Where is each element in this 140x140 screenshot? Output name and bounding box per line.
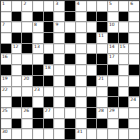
black-cell-r10c7 <box>65 97 75 107</box>
white-cell-r9c9[interactable] <box>87 87 97 97</box>
white-cell-r6c3[interactable] <box>22 54 32 64</box>
black-cell-r4c12 <box>119 33 129 43</box>
white-cell-r3c7[interactable] <box>65 22 75 32</box>
white-cell-r13c11[interactable] <box>108 129 118 139</box>
clue-number: 22 <box>2 87 8 92</box>
black-cell-r12c10 <box>97 119 107 129</box>
clue-number: 28 <box>98 108 104 113</box>
clue-number: 30 <box>2 129 8 134</box>
white-cell-r12c13[interactable] <box>129 119 139 129</box>
white-cell-r1c8[interactable]: 4 <box>76 1 86 11</box>
clue-number: 23 <box>34 87 40 92</box>
white-cell-r12c11[interactable] <box>108 119 118 129</box>
black-cell-r2c10 <box>97 12 107 22</box>
white-cell-r7c8[interactable] <box>76 65 86 75</box>
clue-number: 13 <box>34 44 40 49</box>
white-cell-r9c10[interactable] <box>97 87 107 97</box>
clue-number: 31 <box>77 129 83 134</box>
white-cell-r13c4[interactable] <box>33 129 43 139</box>
black-cell-r12c5 <box>44 119 54 129</box>
white-cell-r2c8[interactable] <box>76 12 86 22</box>
clue-number: 27 <box>45 108 51 113</box>
white-cell-r5c4[interactable]: 13 <box>33 44 43 54</box>
white-cell-r1c6[interactable]: 3 <box>54 1 64 11</box>
white-cell-r3c2[interactable] <box>12 22 22 32</box>
white-cell-r13c5[interactable] <box>44 129 54 139</box>
black-cell-r10c9 <box>87 97 97 107</box>
white-cell-r11c13[interactable] <box>129 108 139 118</box>
white-cell-r9c2[interactable] <box>12 87 22 97</box>
black-cell-r4c2 <box>12 33 22 43</box>
black-cell-r7c11 <box>108 65 118 75</box>
white-cell-r8c10[interactable]: 21 <box>97 76 107 86</box>
white-cell-r13c6[interactable] <box>54 129 64 139</box>
white-cell-r5c10[interactable] <box>97 44 107 54</box>
black-cell-r2c7 <box>65 12 75 22</box>
clue-number: 18 <box>45 65 51 70</box>
white-cell-r3c4[interactable]: 8 <box>33 22 43 32</box>
white-cell-r6c11[interactable]: 17 <box>108 54 118 64</box>
black-cell-r7c1 <box>1 65 11 75</box>
white-cell-r6c6[interactable] <box>54 54 64 64</box>
white-cell-r5c9[interactable] <box>87 44 97 54</box>
white-cell-r11c3[interactable]: 26 <box>22 108 32 118</box>
white-cell-r6c13[interactable] <box>129 54 139 64</box>
clue-number: 5 <box>109 1 112 6</box>
black-cell-r7c4 <box>33 65 43 75</box>
black-cell-r3c10 <box>97 22 107 32</box>
white-cell-r6c2[interactable] <box>12 54 22 64</box>
black-cell-r12c12 <box>119 119 129 129</box>
white-cell-r1c3[interactable]: 2 <box>22 1 32 11</box>
white-cell-r10c8[interactable] <box>76 97 86 107</box>
clue-number: 16 <box>2 54 8 59</box>
black-cell-r4c5 <box>44 33 54 43</box>
black-cell-r2c4 <box>33 12 43 22</box>
white-cell-r3c13[interactable] <box>129 22 139 32</box>
black-cell-r12c7 <box>65 119 75 129</box>
black-cell-r7c13 <box>129 65 139 75</box>
white-cell-r11c7[interactable] <box>65 108 75 118</box>
white-cell-r7c12[interactable] <box>119 65 129 75</box>
white-cell-r8c6[interactable] <box>54 76 64 86</box>
white-cell-r11c6[interactable] <box>54 108 64 118</box>
white-cell-r11c10[interactable]: 28 <box>97 108 107 118</box>
white-cell-r4c1[interactable] <box>1 33 11 43</box>
black-cell-r10c11 <box>108 97 118 107</box>
black-cell-r4c3 <box>22 33 32 43</box>
black-cell-r10c3 <box>22 97 32 107</box>
clue-number: 24 <box>130 97 136 102</box>
white-cell-r9c4[interactable]: 23 <box>33 87 43 97</box>
white-cell-r8c2[interactable] <box>12 76 22 86</box>
white-cell-r1c1[interactable]: 1 <box>1 1 11 11</box>
white-cell-r5c5[interactable] <box>44 44 54 54</box>
white-cell-r9c3[interactable] <box>22 87 32 97</box>
white-cell-r1c10[interactable] <box>97 1 107 11</box>
black-cell-r2c12 <box>119 12 129 22</box>
clue-number: 8 <box>34 22 37 27</box>
black-cell-r11c9 <box>87 108 97 118</box>
white-cell-r10c13[interactable]: 24 <box>129 97 139 107</box>
black-cell-r10c12 <box>119 97 129 107</box>
white-cell-r3c3[interactable] <box>22 22 32 32</box>
clue-number: 12 <box>13 44 19 49</box>
white-cell-r13c9[interactable] <box>87 129 97 139</box>
clue-number: 11 <box>98 33 104 38</box>
white-cell-r9c5[interactable] <box>44 87 54 97</box>
black-cell-r8c5 <box>44 76 54 86</box>
black-cell-r11c4 <box>33 108 43 118</box>
black-cell-r8c7 <box>65 76 75 86</box>
white-cell-r8c1[interactable]: 19 <box>1 76 11 86</box>
white-cell-r8c12[interactable] <box>119 76 129 86</box>
clue-number: 20 <box>23 76 29 81</box>
white-cell-r3c11[interactable]: 10 <box>108 22 118 32</box>
clue-number: 10 <box>109 22 115 27</box>
black-cell-r3c5 <box>44 22 54 32</box>
white-cell-r5c11[interactable]: 14 <box>108 44 118 54</box>
clue-number: 15 <box>120 44 126 49</box>
white-cell-r10c10[interactable] <box>97 97 107 107</box>
white-cell-r13c8[interactable]: 31 <box>76 129 86 139</box>
white-cell-r12c8[interactable] <box>76 119 86 129</box>
clue-number: 14 <box>109 44 115 49</box>
black-cell-r8c4 <box>33 76 43 86</box>
clue-number: 9 <box>55 22 58 27</box>
white-cell-r1c9[interactable] <box>87 1 97 11</box>
white-cell-r4c8[interactable] <box>76 33 86 43</box>
white-cell-r3c6[interactable]: 9 <box>54 22 64 32</box>
clue-number: 7 <box>2 22 5 27</box>
clue-number: 21 <box>98 76 104 81</box>
white-cell-r5c6[interactable] <box>54 44 64 54</box>
black-cell-r13c7 <box>65 129 75 139</box>
white-cell-r6c12[interactable] <box>119 54 129 64</box>
white-cell-r9c8[interactable] <box>76 87 86 97</box>
black-cell-r10c5 <box>44 97 54 107</box>
white-cell-r7c9[interactable] <box>87 65 97 75</box>
clue-number: 6 <box>130 1 133 6</box>
white-cell-r2c11[interactable] <box>108 12 118 22</box>
white-cell-r11c2[interactable] <box>12 108 22 118</box>
white-cell-r12c6[interactable] <box>54 119 64 129</box>
white-cell-r9c12[interactable] <box>119 87 129 97</box>
clue-number: 29 <box>109 108 115 113</box>
white-cell-r4c13[interactable] <box>129 33 139 43</box>
white-cell-r8c11[interactable] <box>108 76 118 86</box>
black-cell-r4c7 <box>65 33 75 43</box>
white-cell-r4c10[interactable]: 11 <box>97 33 107 43</box>
clue-number: 2 <box>23 1 26 6</box>
clue-number: 17 <box>109 54 115 59</box>
clue-number: 3 <box>55 1 58 6</box>
white-cell-r8c3[interactable]: 20 <box>22 76 32 86</box>
white-cell-r9c1[interactable]: 22 <box>1 87 11 97</box>
white-cell-r6c1[interactable]: 16 <box>1 54 11 64</box>
clue-number: 25 <box>2 108 8 113</box>
black-cell-r7c3 <box>22 65 32 75</box>
white-cell-r10c6[interactable] <box>54 97 64 107</box>
white-cell-r13c3[interactable] <box>22 129 32 139</box>
white-cell-r4c4[interactable] <box>33 33 43 43</box>
white-cell-r1c13[interactable]: 6 <box>129 1 139 11</box>
white-cell-r7c5[interactable]: 18 <box>44 65 54 75</box>
white-cell-r3c1[interactable]: 7 <box>1 22 11 32</box>
white-cell-r2c1[interactable] <box>1 12 11 22</box>
white-cell-r11c8[interactable] <box>76 108 86 118</box>
white-cell-r11c12[interactable] <box>119 108 129 118</box>
black-cell-r4c9 <box>87 33 97 43</box>
white-cell-r1c11[interactable]: 5 <box>108 1 118 11</box>
black-cell-r2c2 <box>12 12 22 22</box>
white-cell-r13c1[interactable]: 30 <box>1 129 11 139</box>
white-cell-r2c13[interactable] <box>129 12 139 22</box>
black-cell-r10c2 <box>12 97 22 107</box>
white-cell-r13c12[interactable] <box>119 129 129 139</box>
white-cell-r6c4[interactable] <box>33 54 43 64</box>
white-cell-r5c8[interactable] <box>76 44 86 54</box>
black-cell-r1c7 <box>65 1 75 11</box>
black-cell-r9c11 <box>108 87 118 97</box>
white-cell-r1c5[interactable] <box>44 1 54 11</box>
white-cell-r5c7[interactable] <box>65 44 75 54</box>
white-cell-r10c4[interactable] <box>33 97 43 107</box>
white-cell-r3c12[interactable] <box>119 22 129 32</box>
white-cell-r12c3[interactable] <box>22 119 32 129</box>
black-cell-r2c9 <box>87 12 97 22</box>
black-cell-r5c3 <box>22 44 32 54</box>
crossword-grid: 1234567891011121314151617181920212223242… <box>0 0 140 140</box>
black-cell-r6c9 <box>87 54 97 64</box>
white-cell-r2c6[interactable] <box>54 12 64 22</box>
white-cell-r7c6[interactable] <box>54 65 64 75</box>
black-cell-r7c10 <box>97 65 107 75</box>
white-cell-r10c1[interactable] <box>1 97 11 107</box>
white-cell-r7c7[interactable] <box>65 65 75 75</box>
black-cell-r6c7 <box>65 54 75 64</box>
black-cell-r12c4 <box>33 119 43 129</box>
white-cell-r9c7[interactable] <box>65 87 75 97</box>
white-cell-r8c13[interactable] <box>129 76 139 86</box>
white-cell-r8c8[interactable] <box>76 76 86 86</box>
white-cell-r3c9[interactable] <box>87 22 97 32</box>
black-cell-r8c9 <box>87 76 97 86</box>
black-cell-r2c5 <box>44 12 54 22</box>
white-cell-r9c6[interactable] <box>54 87 64 97</box>
white-cell-r11c5[interactable]: 27 <box>44 108 54 118</box>
white-cell-r13c2[interactable] <box>12 129 22 139</box>
white-cell-r13c10[interactable] <box>97 129 107 139</box>
white-cell-r11c1[interactable]: 25 <box>1 108 11 118</box>
clue-number: 26 <box>23 108 29 113</box>
white-cell-r12c1[interactable] <box>1 119 11 129</box>
white-cell-r1c4[interactable] <box>33 1 43 11</box>
black-cell-r9c13 <box>129 87 139 97</box>
white-cell-r11c11[interactable]: 29 <box>108 108 118 118</box>
white-cell-r6c8[interactable] <box>76 54 86 64</box>
white-cell-r1c2[interactable] <box>12 1 22 11</box>
black-cell-r5c1 <box>1 44 11 54</box>
white-cell-r5c2[interactable]: 12 <box>12 44 22 54</box>
white-cell-r5c12[interactable]: 15 <box>119 44 129 54</box>
white-cell-r5c13[interactable] <box>129 44 139 54</box>
clue-number: 19 <box>2 76 8 81</box>
black-cell-r12c9 <box>87 119 97 129</box>
clue-number: 1 <box>2 1 5 6</box>
black-cell-r6c10 <box>97 54 107 64</box>
white-cell-r7c2[interactable] <box>12 65 22 75</box>
white-cell-r13c13[interactable] <box>129 129 139 139</box>
black-cell-r12c2 <box>12 119 22 129</box>
black-cell-r4c11 <box>108 33 118 43</box>
white-cell-r3c8[interactable] <box>76 22 86 32</box>
black-cell-r6c5 <box>44 54 54 64</box>
white-cell-r4c6[interactable] <box>54 33 64 43</box>
clue-number: 4 <box>77 1 80 6</box>
white-cell-r2c3[interactable] <box>22 12 32 22</box>
white-cell-r1c12[interactable] <box>119 1 129 11</box>
